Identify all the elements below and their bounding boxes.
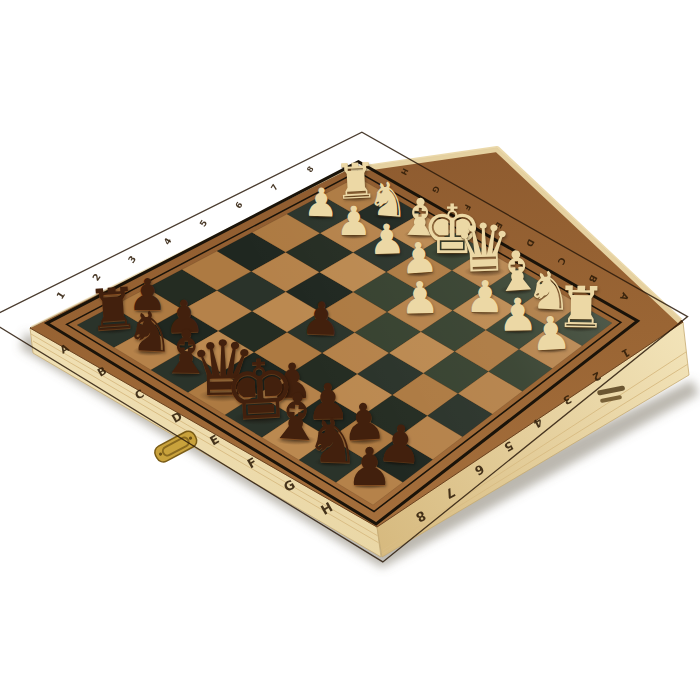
coord-label-topleft-7: 7 <box>269 182 280 192</box>
light-pawn-A7[interactable]: ♟ <box>303 183 340 223</box>
dark-pawn-H1[interactable]: ♟ <box>346 440 393 493</box>
coord-label-topleft-6: 6 <box>233 200 245 210</box>
coord-label-topleft-8: 8 <box>305 165 316 174</box>
coord-label-topleft-4: 4 <box>162 236 174 247</box>
light-pawn-E6[interactable]: ♟ <box>400 276 440 321</box>
light-pawn-B7[interactable]: ♟ <box>336 202 372 242</box>
light-pawn-H7[interactable]: ♟ <box>529 310 572 358</box>
product-photo-stage: 12345678ABCDEFGHHGFEDCBA87654321 ♜♟♟♜♞♟♟… <box>0 0 700 700</box>
coord-label-topleft-1: 1 <box>54 289 67 301</box>
coord-label-topleft-5: 5 <box>197 218 209 229</box>
chess-board: 12345678ABCDEFGHHGFEDCBA87654321 <box>0 0 700 700</box>
coord-label-topleft-3: 3 <box>126 253 139 264</box>
dark-pawn-D4[interactable]: ♟ <box>300 296 342 343</box>
